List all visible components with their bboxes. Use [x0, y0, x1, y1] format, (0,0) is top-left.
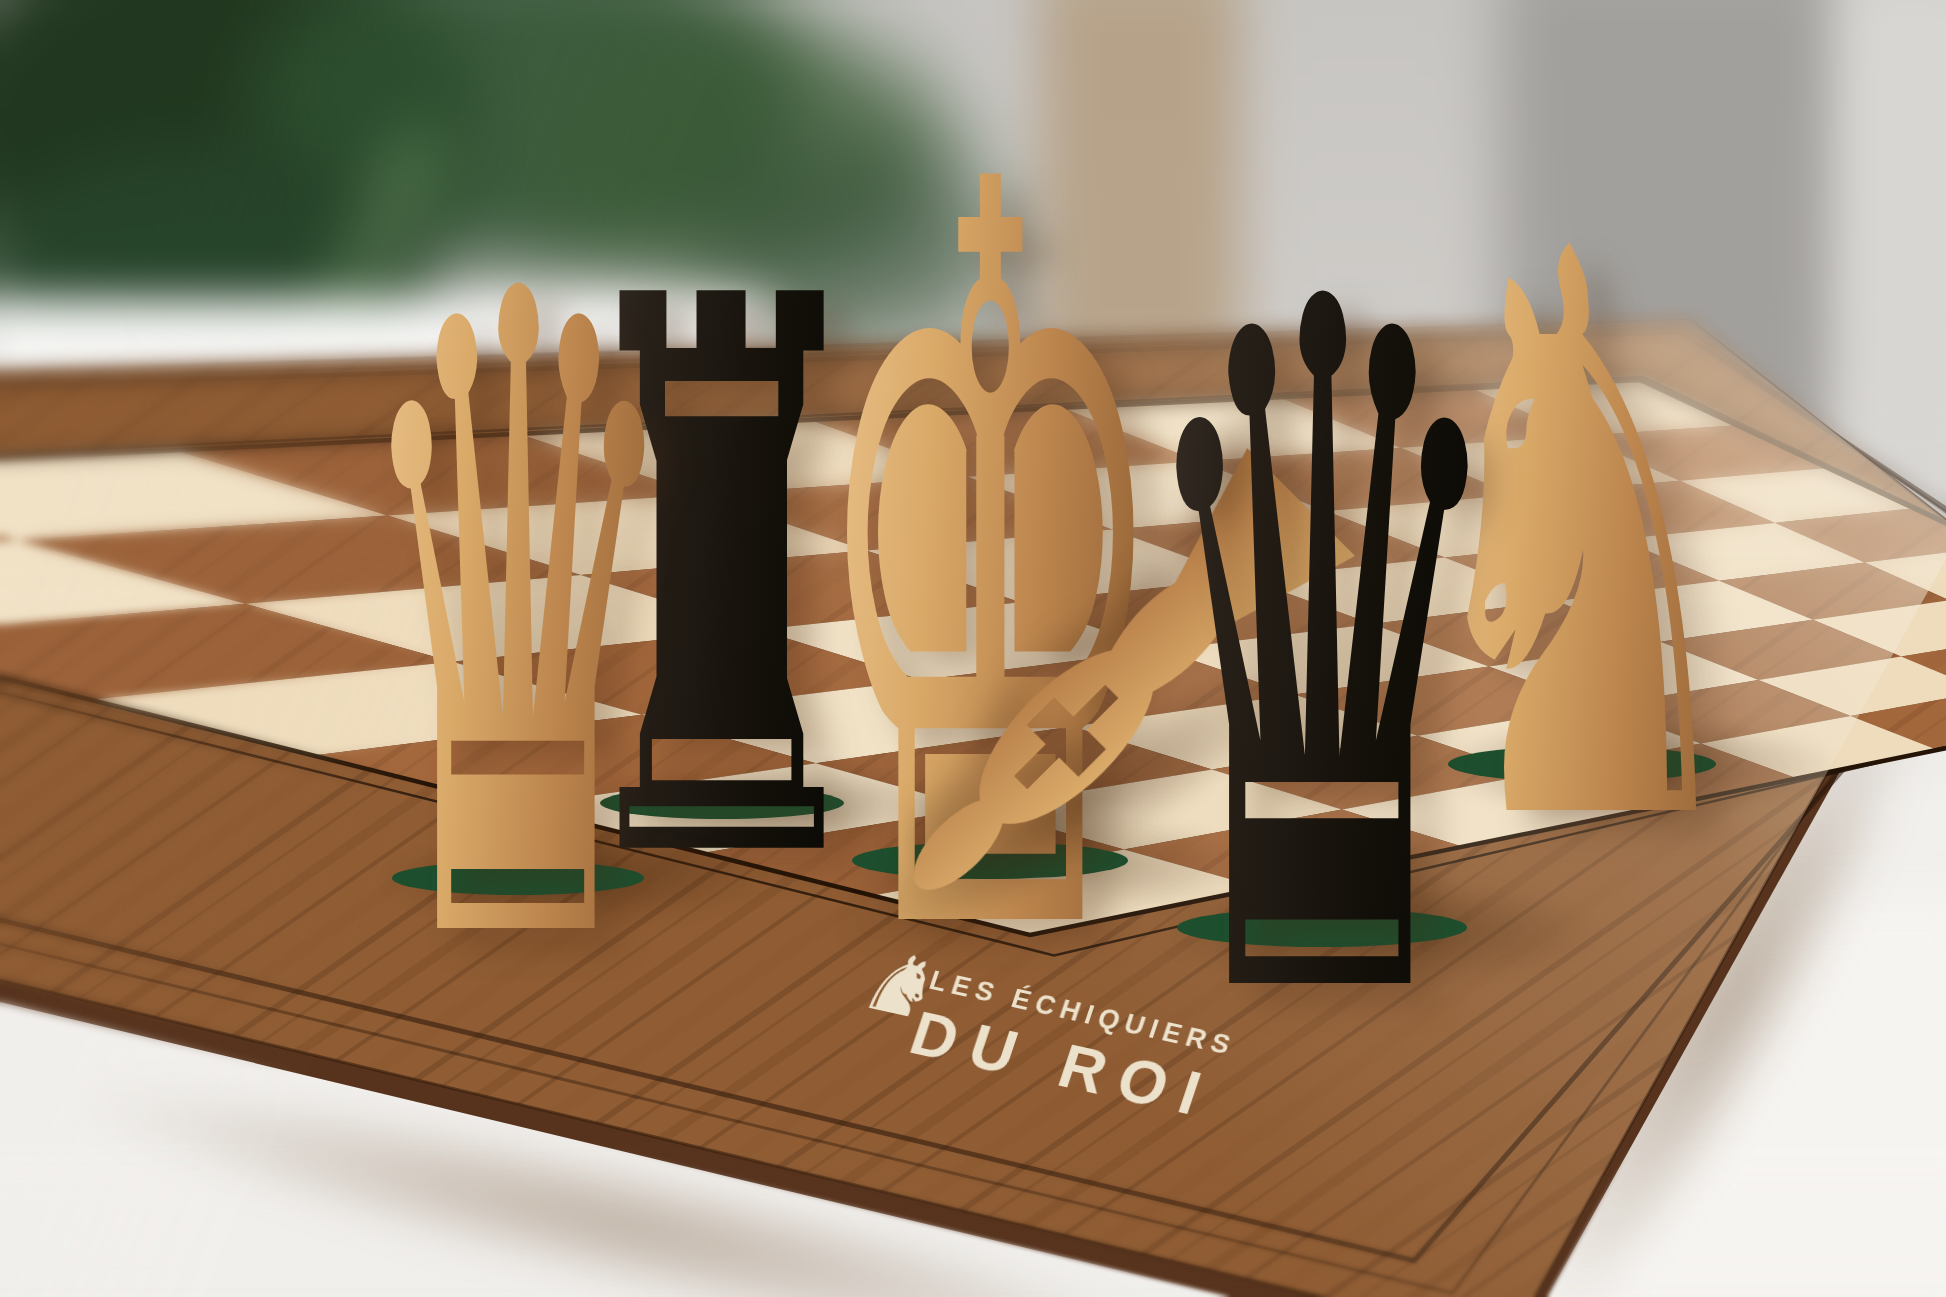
distance-haze [0, 320, 1946, 1297]
chessboard [0, 0, 1946, 1297]
chess-product-photo: ♞ LES ÉCHIQUIERS DU ROI ♛♜♚♝♛♞ [0, 0, 1946, 1297]
